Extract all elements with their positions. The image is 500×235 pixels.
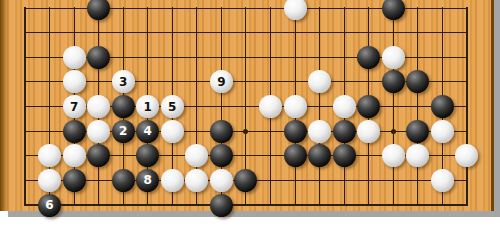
- stone-white-m15: [284, 95, 307, 118]
- move-number-label: 9: [217, 76, 225, 88]
- move-number-label: 7: [70, 101, 78, 113]
- stone-black-o16: [333, 120, 356, 143]
- stone-white-d16: [87, 120, 110, 143]
- grid-vline-col-t: [466, 7, 468, 206]
- stone-black-c16: [63, 120, 86, 143]
- stone-white-q17: [382, 144, 405, 167]
- stone-white-b18: [38, 169, 61, 192]
- stone-black-j16: [210, 120, 233, 143]
- stone-black-r16: [406, 120, 429, 143]
- stone-white-s16: [431, 120, 454, 143]
- go-diagram: 248639715: [0, 0, 500, 235]
- stone-black-f18: 8: [136, 169, 159, 192]
- stone-black-b19: 6: [38, 194, 61, 217]
- stone-white-l15: [259, 95, 282, 118]
- stone-white-d15: [87, 95, 110, 118]
- move-number-label: 3: [119, 76, 127, 88]
- stone-black-e15: [112, 95, 135, 118]
- stone-white-q13: [382, 46, 405, 69]
- board-left-edge: [0, 0, 9, 211]
- stone-white-o15: [333, 95, 356, 118]
- stone-white-g18: [161, 169, 184, 192]
- stone-white-s18: [431, 169, 454, 192]
- stone-black-m17: [284, 144, 307, 167]
- move-number-label: 2: [119, 125, 127, 137]
- stone-black-j17: [210, 144, 233, 167]
- grid-vline-col-r: [417, 7, 418, 206]
- move-number-label: 4: [144, 125, 152, 137]
- stone-white-n16: [308, 120, 331, 143]
- stone-black-d11: [87, 0, 110, 20]
- stone-white-c17: [63, 144, 86, 167]
- stone-black-e16: 2: [112, 120, 135, 143]
- stone-white-g16: [161, 120, 184, 143]
- move-number-label: 5: [168, 101, 176, 113]
- stone-black-q11: [382, 0, 405, 20]
- grid-vline-col-q: [393, 7, 394, 206]
- stone-black-q14: [382, 70, 405, 93]
- stone-black-j19: [210, 194, 233, 217]
- grid-vline-col-a: [24, 7, 26, 206]
- stone-white-c15: 7: [63, 95, 86, 118]
- board-shadow-bottom: [8, 211, 500, 217]
- stone-black-s15: [431, 95, 454, 118]
- stone-black-d13: [87, 46, 110, 69]
- star-point-q16: [391, 129, 396, 134]
- move-number-label: 6: [45, 199, 53, 211]
- stone-black-c18: [63, 169, 86, 192]
- stone-black-m16: [284, 120, 307, 143]
- move-number-label: 1: [144, 101, 152, 113]
- stone-black-e18: [112, 169, 135, 192]
- stone-white-j18: [210, 169, 233, 192]
- stone-white-m11: [284, 0, 307, 20]
- stone-black-f16: 4: [136, 120, 159, 143]
- stone-white-c14: [63, 70, 86, 93]
- move-number-label: 8: [144, 174, 152, 186]
- stone-white-e14: 3: [112, 70, 135, 93]
- stone-white-p16: [357, 120, 380, 143]
- stone-white-c13: [63, 46, 86, 69]
- grid-vline-col-n: [319, 7, 320, 206]
- stone-black-p13: [357, 46, 380, 69]
- stone-black-o17: [333, 144, 356, 167]
- board-shadow-right: [494, 0, 500, 217]
- stone-white-g15: 5: [161, 95, 184, 118]
